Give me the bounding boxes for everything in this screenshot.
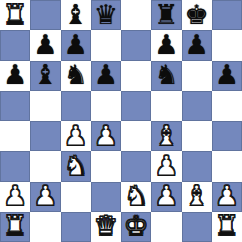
white-rook[interactable]: ♜ <box>3 212 27 239</box>
black-pawn[interactable]: ♟ <box>3 61 27 88</box>
chess-board: ♜♝♛♜♚♟♟♟♟♟♝♞♟♞♟♟♟♝♞♟♟♟♞♟♝♟♜♛♚♜ <box>0 0 242 242</box>
black-pawn[interactable]: ♟ <box>215 61 239 88</box>
square-c1[interactable] <box>61 212 91 242</box>
black-bishop[interactable]: ♝ <box>33 61 57 88</box>
square-h8[interactable] <box>212 0 242 30</box>
square-d6[interactable]: ♟ <box>91 61 121 91</box>
black-pawn[interactable]: ♟ <box>94 61 118 88</box>
black-pawn[interactable]: ♟ <box>64 31 88 58</box>
square-b4[interactable] <box>30 121 60 151</box>
square-b2[interactable]: ♟ <box>30 182 60 212</box>
chess-board-container: ♜♝♛♜♚♟♟♟♟♟♝♞♟♞♟♟♟♝♞♟♟♟♞♟♝♟♜♛♚♜ <box>0 0 242 242</box>
white-pawn[interactable]: ♟ <box>94 122 118 149</box>
square-h2[interactable]: ♟ <box>212 182 242 212</box>
white-pawn[interactable]: ♟ <box>64 122 88 149</box>
square-g3[interactable] <box>182 151 212 181</box>
square-e5[interactable] <box>121 91 151 121</box>
white-pawn[interactable]: ♟ <box>154 182 178 209</box>
square-h6[interactable]: ♟ <box>212 61 242 91</box>
square-e2[interactable]: ♞ <box>121 182 151 212</box>
square-h5[interactable] <box>212 91 242 121</box>
black-pawn[interactable]: ♟ <box>154 31 178 58</box>
square-a1[interactable]: ♜ <box>0 212 30 242</box>
white-bishop[interactable]: ♝ <box>154 122 178 149</box>
square-h3[interactable] <box>212 151 242 181</box>
square-f4[interactable]: ♝ <box>151 121 181 151</box>
white-bishop[interactable]: ♝ <box>185 182 209 209</box>
square-g1[interactable] <box>182 212 212 242</box>
square-d7[interactable] <box>91 30 121 60</box>
black-knight[interactable]: ♞ <box>154 61 178 88</box>
square-e7[interactable] <box>121 30 151 60</box>
square-c4[interactable]: ♟ <box>61 121 91 151</box>
square-c3[interactable]: ♞ <box>61 151 91 181</box>
square-f7[interactable]: ♟ <box>151 30 181 60</box>
square-c8[interactable]: ♝ <box>61 0 91 30</box>
black-pawn[interactable]: ♟ <box>33 31 57 58</box>
square-f8[interactable]: ♜ <box>151 0 181 30</box>
square-b5[interactable] <box>30 91 60 121</box>
square-c7[interactable]: ♟ <box>61 30 91 60</box>
square-c2[interactable] <box>61 182 91 212</box>
square-e4[interactable] <box>121 121 151 151</box>
square-f6[interactable]: ♞ <box>151 61 181 91</box>
square-a3[interactable] <box>0 151 30 181</box>
square-f2[interactable]: ♟ <box>151 182 181 212</box>
square-e6[interactable] <box>121 61 151 91</box>
square-d8[interactable]: ♛ <box>91 0 121 30</box>
square-h7[interactable] <box>212 30 242 60</box>
white-pawn[interactable]: ♟ <box>33 182 57 209</box>
square-d1[interactable]: ♛ <box>91 212 121 242</box>
white-knight[interactable]: ♞ <box>124 182 148 209</box>
square-e8[interactable] <box>121 0 151 30</box>
black-queen[interactable]: ♛ <box>94 1 118 28</box>
square-g4[interactable] <box>182 121 212 151</box>
square-f5[interactable] <box>151 91 181 121</box>
square-d2[interactable] <box>91 182 121 212</box>
square-f3[interactable]: ♟ <box>151 151 181 181</box>
square-a5[interactable] <box>0 91 30 121</box>
square-g5[interactable] <box>182 91 212 121</box>
square-a2[interactable]: ♟ <box>0 182 30 212</box>
square-d3[interactable] <box>91 151 121 181</box>
white-king[interactable]: ♚ <box>124 212 148 239</box>
square-b7[interactable]: ♟ <box>30 30 60 60</box>
square-b6[interactable]: ♝ <box>30 61 60 91</box>
white-knight[interactable]: ♞ <box>64 152 88 179</box>
square-g2[interactable]: ♝ <box>182 182 212 212</box>
square-g7[interactable]: ♟ <box>182 30 212 60</box>
white-queen[interactable]: ♛ <box>94 212 118 239</box>
white-pawn[interactable]: ♟ <box>3 182 27 209</box>
black-knight[interactable]: ♞ <box>64 61 88 88</box>
square-f1[interactable] <box>151 212 181 242</box>
square-d4[interactable]: ♟ <box>91 121 121 151</box>
square-g6[interactable] <box>182 61 212 91</box>
square-b8[interactable] <box>30 0 60 30</box>
square-h4[interactable] <box>212 121 242 151</box>
white-rook[interactable]: ♜ <box>3 1 27 28</box>
square-d5[interactable] <box>91 91 121 121</box>
square-b3[interactable] <box>30 151 60 181</box>
square-a6[interactable]: ♟ <box>0 61 30 91</box>
square-c6[interactable]: ♞ <box>61 61 91 91</box>
square-e1[interactable]: ♚ <box>121 212 151 242</box>
square-h1[interactable]: ♜ <box>212 212 242 242</box>
square-g8[interactable]: ♚ <box>182 0 212 30</box>
black-bishop[interactable]: ♝ <box>64 1 88 28</box>
white-rook[interactable]: ♜ <box>215 212 239 239</box>
black-king[interactable]: ♚ <box>185 1 209 28</box>
black-pawn[interactable]: ♟ <box>185 31 209 58</box>
square-a8[interactable]: ♜ <box>0 0 30 30</box>
square-e3[interactable] <box>121 151 151 181</box>
square-a7[interactable] <box>0 30 30 60</box>
square-a4[interactable] <box>0 121 30 151</box>
white-pawn[interactable]: ♟ <box>154 152 178 179</box>
black-rook[interactable]: ♜ <box>154 1 178 28</box>
square-b1[interactable] <box>30 212 60 242</box>
white-pawn[interactable]: ♟ <box>215 182 239 209</box>
square-c5[interactable] <box>61 91 91 121</box>
